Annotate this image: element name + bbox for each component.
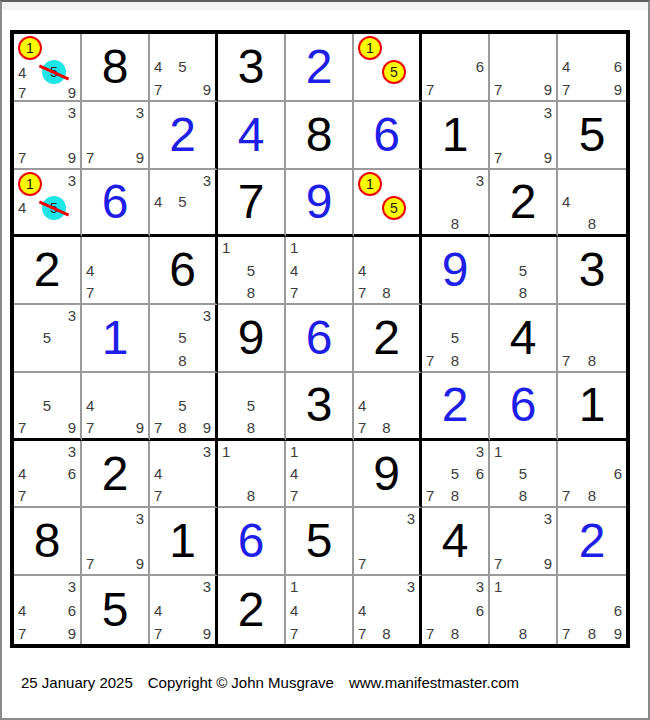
candidate-3: 3 [192,578,211,599]
cell-r9c3[interactable]: 3479 [150,576,218,644]
candidate-empty [125,239,144,260]
candidate-5: 5 [42,60,66,84]
candidate-grid: 4679 [558,34,626,100]
candidate-empty [37,124,56,145]
candidate-4: 4 [154,192,173,212]
candidate-grid: 15 [354,34,419,100]
candidate-empty [396,415,415,435]
given-digit: 5 [306,517,333,565]
candidate-empty [37,443,56,464]
candidate-empty [602,36,622,57]
cell-r7c8[interactable]: 158 [490,441,558,509]
candidate-empty [426,307,445,328]
candidate-empty [465,621,484,642]
candidate-3: 3 [57,307,76,328]
cell-r6c7[interactable]: 2 [422,373,490,441]
candidate-4: 4 [358,395,377,415]
candidate-7: 7 [86,281,105,302]
candidate-empty [37,463,56,484]
candidate-9: 9 [533,552,552,573]
candidate-empty [426,463,445,484]
cell-r7c5[interactable]: 147 [286,441,354,509]
cell-r6c1[interactable]: 579 [14,373,82,441]
elimination-circle-icon: 5 [42,60,66,84]
solved-digit: 6 [306,314,333,362]
cell-r1c5[interactable]: 2 [286,34,354,102]
candidate-grid: 379 [14,102,80,168]
candidate-7: 7 [562,77,582,98]
candidate-empty [513,36,532,57]
highlight-circle-icon: 5 [382,60,406,84]
candidate-grid: 48 [558,170,626,235]
cell-r9c1[interactable]: 34679 [14,576,82,644]
candidate-empty [125,281,144,302]
candidate-empty [37,375,56,395]
candidate-empty [105,510,124,531]
candidate-empty [18,124,37,145]
candidate-empty [445,578,464,599]
candidate-empty [533,443,552,464]
candidate-6: 6 [465,57,484,78]
candidate-empty [358,510,377,531]
candidate-grid: 345 [150,170,215,235]
candidate-empty [125,531,144,552]
candidate-7: 7 [290,621,309,642]
candidate-empty [358,60,382,84]
candidate-empty [309,599,328,620]
candidate-empty [465,307,484,328]
cell-r7c3[interactable]: 347 [150,441,218,509]
cell-r6c2[interactable]: 479 [82,373,150,441]
candidate-empty [173,463,192,484]
candidate-empty [18,104,37,125]
candidate-empty [105,375,124,395]
given-digit: 8 [306,111,333,159]
cell-r3c5[interactable]: 9 [286,170,354,238]
candidate-empty [105,145,124,166]
candidate-8: 8 [377,281,396,302]
cell-r8c1[interactable]: 8 [14,508,82,576]
candidate-empty [241,239,260,260]
cell-r7c2[interactable]: 2 [82,441,150,509]
cell-r4c2[interactable]: 47 [82,237,150,305]
candidate-8: 8 [241,415,260,435]
cell-r3c4[interactable]: 7 [218,170,286,238]
candidate-empty [562,328,582,349]
candidate-empty [533,578,552,599]
candidate-empty [445,77,464,98]
candidate-empty [582,307,602,328]
cell-r9c4[interactable]: 2 [218,576,286,644]
candidate-empty [426,443,445,464]
candidate-empty [261,281,280,302]
candidate-empty [154,328,173,349]
cell-r7c4[interactable]: 18 [218,441,286,509]
candidate-grid: 78 [558,305,626,371]
cell-r9c7[interactable]: 3678 [422,576,490,644]
candidate-empty [57,328,76,349]
cell-r6c5[interactable]: 3 [286,373,354,441]
candidate-7: 7 [494,552,513,573]
cell-r5c1[interactable]: 35 [14,305,82,373]
candidate-4: 4 [86,260,105,281]
candidate-empty [494,57,513,78]
candidate-1: 1 [290,239,309,260]
cell-r8c9[interactable]: 2 [558,508,626,576]
cell-r5c4[interactable]: 9 [218,305,286,373]
candidate-6: 6 [602,599,622,620]
candidate-empty [494,599,513,620]
candidate-7: 7 [18,84,42,101]
cell-r3c9[interactable]: 48 [558,170,626,238]
cell-r4c6[interactable]: 478 [354,237,422,305]
candidate-empty [241,443,260,464]
candidate-empty [261,260,280,281]
candidate-grid: 3467 [14,441,80,507]
cell-r2c3[interactable]: 2 [150,102,218,170]
candidate-3: 3 [66,172,76,196]
candidate-5: 5 [173,192,192,212]
candidate-4: 4 [18,463,37,484]
cell-r8c4[interactable]: 6 [218,508,286,576]
candidate-4: 4 [86,395,105,415]
candidate-empty [513,531,532,552]
candidate-empty [57,395,76,415]
cell-r1c7[interactable]: 67 [422,34,490,102]
candidate-1: 1 [222,443,241,464]
candidate-empty [154,307,173,328]
cell-r2c1[interactable]: 379 [14,102,82,170]
candidate-empty [396,552,415,573]
candidate-8: 8 [513,484,532,505]
candidate-empty [154,348,173,369]
candidate-8: 8 [582,348,602,369]
candidate-empty [18,443,37,464]
candidate-4: 4 [154,463,173,484]
candidate-empty [86,375,105,395]
candidate-empty [562,307,582,328]
candidate-7: 7 [426,348,445,369]
candidate-empty [533,463,552,484]
cell-r5c9[interactable]: 78 [558,305,626,373]
highlight-circle-icon: 1 [358,36,382,60]
cell-r8c7[interactable]: 4 [422,508,490,576]
given-digit: 2 [373,314,400,362]
candidate-4: 4 [18,60,42,84]
candidate-1: 1 [358,172,382,196]
candidate-empty [173,36,192,57]
candidate-grid: 34679 [14,576,80,644]
candidate-5: 5 [513,260,532,281]
candidate-3: 3 [465,443,484,464]
candidate-empty [426,328,445,349]
candidate-7: 7 [358,281,377,302]
candidate-empty [329,281,348,302]
candidate-empty [396,281,415,302]
candidate-9: 9 [533,145,552,166]
cell-r8c8[interactable]: 379 [490,508,558,576]
candidate-empty [396,260,415,281]
candidate-7: 7 [426,621,445,642]
cell-r5c3[interactable]: 358 [150,305,218,373]
candidate-4: 4 [562,57,582,78]
cell-r9c2[interactable]: 5 [82,576,150,644]
cell-r1c4[interactable]: 3 [218,34,286,102]
cell-r6c9[interactable]: 1 [558,373,626,441]
candidate-7: 7 [18,415,37,435]
candidate-empty [377,510,396,531]
candidate-4: 4 [18,599,37,620]
cell-r9c9[interactable]: 6789 [558,576,626,644]
candidate-empty [406,172,415,196]
solved-digit: 1 [102,314,129,362]
cell-r6c6[interactable]: 478 [354,373,422,441]
candidate-grid: 35678 [422,441,488,507]
candidate-empty [261,415,280,435]
candidate-7: 7 [562,621,582,642]
cell-r4c3[interactable]: 6 [150,237,218,305]
cell-r6c4[interactable]: 58 [218,373,286,441]
cell-r5c8[interactable]: 4 [490,305,558,373]
candidate-grid: 478 [354,237,419,303]
candidate-empty [582,77,602,98]
footer-copyright: Copyright © John Musgrave [148,674,334,691]
candidate-empty [329,621,348,642]
candidate-empty [377,531,396,552]
cell-r3c2[interactable]: 6 [82,170,150,238]
candidate-empty [562,443,582,464]
candidate-empty [445,307,464,328]
candidate-empty [562,599,582,620]
candidate-empty [125,260,144,281]
candidate-empty [582,599,602,620]
cell-r1c1[interactable]: 14579 [14,34,82,102]
candidate-empty [513,145,532,166]
candidate-empty [105,104,124,125]
cell-r8c6[interactable]: 37 [354,508,422,576]
cell-r3c1[interactable]: 1345 [14,170,82,238]
candidate-empty [222,375,241,395]
cell-r2c4[interactable]: 4 [218,102,286,170]
candidate-empty [562,212,582,232]
candidate-empty [192,192,211,212]
cell-r1c9[interactable]: 4679 [558,34,626,102]
candidate-empty [192,36,211,57]
candidate-empty [42,36,66,60]
candidate-empty [513,57,532,78]
candidate-7: 7 [154,77,173,98]
given-digit: 1 [169,517,196,565]
candidate-empty [105,124,124,145]
candidate-4: 4 [358,260,377,281]
candidate-empty [494,484,513,505]
candidate-3: 3 [396,510,415,531]
candidate-empty [533,484,552,505]
given-digit: 4 [442,517,469,565]
candidate-empty [37,307,56,328]
candidate-empty [465,77,484,98]
candidate-7: 7 [154,621,173,642]
candidate-9: 9 [57,621,76,642]
highlight-circle-icon: 1 [358,172,382,196]
candidate-empty [582,172,602,192]
given-digit: 3 [579,246,606,294]
candidate-empty [309,443,328,464]
given-digit: 6 [169,246,196,294]
cell-r2c5[interactable]: 8 [286,102,354,170]
candidate-grid: 578 [422,305,488,371]
cell-r9c6[interactable]: 3478 [354,576,422,644]
cell-r9c5[interactable]: 147 [286,576,354,644]
candidate-9: 9 [533,77,552,98]
cell-r3c8[interactable]: 2 [490,170,558,238]
candidate-empty [396,239,415,260]
candidate-4: 4 [290,599,309,620]
cell-r4c5[interactable]: 147 [286,237,354,305]
highlight-circle-icon: 1 [18,172,42,196]
cell-r6c8[interactable]: 6 [490,373,558,441]
candidate-empty [377,260,396,281]
candidate-empty [222,463,241,484]
candidate-empty [406,84,415,98]
cell-r3c3[interactable]: 345 [150,170,218,238]
given-digit: 2 [238,586,265,634]
cell-r4c1[interactable]: 2 [14,237,82,305]
cell-r1c2[interactable]: 8 [82,34,150,102]
candidate-empty [377,599,396,620]
candidate-empty [426,212,445,232]
candidate-empty [37,578,56,599]
candidate-4: 4 [154,599,173,620]
solved-digit: 2 [579,517,606,565]
given-digit: 5 [102,586,129,634]
cell-r1c6[interactable]: 15 [354,34,422,102]
cell-r4c4[interactable]: 158 [218,237,286,305]
candidate-8: 8 [445,348,464,369]
candidate-grid: 478 [354,373,419,438]
candidate-empty [192,395,211,415]
cell-r1c8[interactable]: 79 [490,34,558,102]
candidate-1: 1 [358,36,382,60]
candidate-empty [513,104,532,125]
cell-r4c8[interactable]: 58 [490,237,558,305]
candidate-grid: 147 [286,237,352,303]
candidate-empty [426,578,445,599]
candidate-8: 8 [241,281,260,302]
candidate-grid: 379 [490,508,556,574]
candidate-empty [426,57,445,78]
cell-r2c6[interactable]: 6 [354,102,422,170]
candidate-empty [377,578,396,599]
candidate-7: 7 [86,552,105,573]
candidate-empty [582,578,602,599]
candidate-empty [602,443,622,464]
cell-r8c3[interactable]: 1 [150,508,218,576]
candidate-9: 9 [192,621,211,642]
solved-digit: 9 [442,246,469,294]
candidate-8: 8 [582,621,602,642]
candidate-empty [406,60,415,84]
candidate-empty [426,172,445,192]
cell-r5c7[interactable]: 578 [422,305,490,373]
candidate-grid: 678 [558,441,626,507]
candidate-empty [533,57,552,78]
candidate-9: 9 [192,77,211,98]
candidate-1: 1 [290,578,309,599]
given-digit: 4 [510,314,537,362]
candidate-grid: 379 [490,102,556,168]
cell-r2c9[interactable]: 5 [558,102,626,170]
candidate-empty [562,36,582,57]
candidate-1: 1 [18,172,42,196]
cell-r9c8[interactable]: 18 [490,576,558,644]
candidate-5: 5 [42,196,66,220]
cell-r8c5[interactable]: 5 [286,508,354,576]
candidate-empty [192,348,211,369]
candidate-grid: 58 [218,373,284,438]
candidate-empty [494,510,513,531]
candidate-empty [396,599,415,620]
candidate-empty [37,621,56,642]
candidate-empty [241,375,260,395]
cell-r7c9[interactable]: 678 [558,441,626,509]
cell-r4c9[interactable]: 3 [558,237,626,305]
cell-r1c3[interactable]: 4579 [150,34,218,102]
candidate-empty [173,172,192,192]
candidate-empty [57,348,76,369]
candidate-empty [533,239,552,260]
cell-r6c3[interactable]: 5789 [150,373,218,441]
cell-r5c6[interactable]: 2 [354,305,422,373]
candidate-empty [261,395,280,415]
cell-r3c6[interactable]: 15 [354,170,422,238]
candidate-empty [105,531,124,552]
cell-r2c8[interactable]: 379 [490,102,558,170]
given-digit: 2 [102,450,129,498]
cell-r3c7[interactable]: 38 [422,170,490,238]
window-top-strip [2,2,648,10]
cell-r2c7[interactable]: 1 [422,102,490,170]
candidate-empty [602,348,622,369]
cell-r2c2[interactable]: 379 [82,102,150,170]
cell-r4c7[interactable]: 9 [422,237,490,305]
cell-r7c7[interactable]: 35678 [422,441,490,509]
candidate-9: 9 [192,415,211,435]
candidate-7: 7 [18,621,37,642]
candidate-grid: 79 [490,34,556,100]
candidate-empty [222,484,241,505]
candidate-empty [125,124,144,145]
given-digit: 3 [238,43,265,91]
cell-r7c1[interactable]: 3467 [14,441,82,509]
cell-r5c5[interactable]: 6 [286,305,354,373]
candidate-1: 1 [494,443,513,464]
candidate-5: 5 [173,57,192,78]
candidate-empty [57,484,76,505]
candidate-4: 4 [18,196,42,220]
candidate-empty [173,599,192,620]
cell-r7c6[interactable]: 9 [354,441,422,509]
cell-r5c2[interactable]: 1 [82,305,150,373]
candidate-empty [329,484,348,505]
candidate-empty [513,578,532,599]
candidate-empty [513,443,532,464]
candidate-empty [192,57,211,78]
candidate-3: 3 [57,578,76,599]
cell-r8c2[interactable]: 379 [82,508,150,576]
candidate-grid: 147 [286,576,352,644]
candidate-9: 9 [602,77,622,98]
